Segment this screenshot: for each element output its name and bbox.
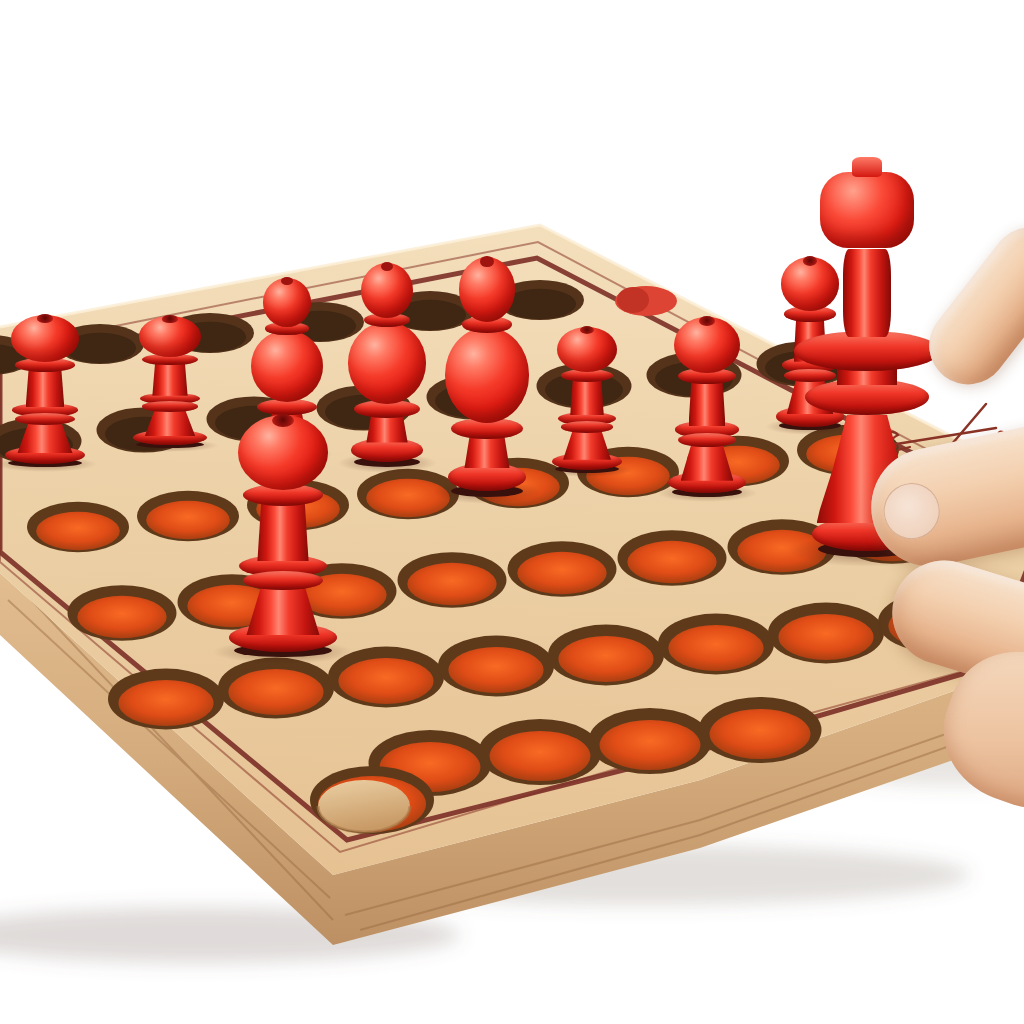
hole-interior (36, 512, 120, 550)
pawn-flange (15, 413, 76, 425)
hole-interior (668, 625, 763, 671)
pawn-row1-col5[interactable] (547, 327, 627, 473)
scene (0, 0, 1024, 1024)
pawn-lower-body (681, 441, 734, 481)
king-lower-body (817, 415, 918, 523)
hole-interior (517, 552, 606, 594)
hole-interior (710, 709, 811, 759)
hole-interior (448, 647, 543, 693)
pawn-head (459, 257, 515, 322)
pawn-row1-col4[interactable] (440, 257, 534, 497)
pawn-upper-body (257, 498, 308, 561)
king-crown-knob (852, 157, 882, 177)
king-upper-disc (794, 331, 939, 371)
pawn-top-dimple (162, 315, 177, 322)
hole-interior (228, 669, 323, 715)
hole-interior (490, 731, 591, 781)
pawn-head (263, 278, 311, 327)
pawn-flange (678, 433, 736, 447)
pawn-row1-col0[interactable] (0, 315, 91, 467)
hole-interior (600, 720, 701, 770)
pawn-lower-body (464, 435, 509, 469)
king[interactable] (793, 157, 941, 557)
hole-interior (558, 636, 653, 682)
pawn-top-dimple (699, 316, 715, 326)
hole-interior (338, 658, 433, 704)
pawn-top-dimple (480, 256, 493, 267)
hole-interior (627, 541, 716, 583)
pawn-row1-col3[interactable] (344, 263, 430, 467)
pawn-row1-col6[interactable] (663, 317, 751, 497)
pawn-flange (142, 401, 197, 412)
advanced-pawn[interactable] (222, 415, 344, 657)
pawn-body-ball (251, 330, 323, 402)
painted-red-mark (615, 286, 677, 316)
king-head (820, 172, 913, 248)
pawn-top-dimple (281, 277, 292, 285)
hole-interior (118, 680, 213, 726)
pawn-top-dimple (37, 314, 54, 322)
pawn-body-ball (445, 327, 530, 423)
pawn-body-ball (348, 322, 425, 404)
king-neck (843, 249, 892, 337)
pawn-top-dimple (272, 414, 294, 427)
hole-interior (146, 501, 230, 539)
hole-interior (778, 614, 873, 660)
hole-interior (888, 603, 983, 649)
hole-interior (407, 563, 496, 605)
pawn-flange (561, 421, 614, 433)
pawn-upper-body (26, 367, 65, 407)
pawn-lower-body (366, 414, 407, 443)
hole-interior (366, 479, 450, 517)
pawn-upper-body (689, 379, 726, 426)
pawn-row1-col1[interactable] (128, 316, 212, 448)
pawn-flange (243, 571, 324, 590)
pawn-upper-body (152, 362, 187, 396)
hole-interior (77, 596, 166, 638)
plug-hole[interactable] (310, 766, 434, 834)
pawn-upper-body (570, 377, 604, 415)
pawn-head (361, 263, 413, 318)
